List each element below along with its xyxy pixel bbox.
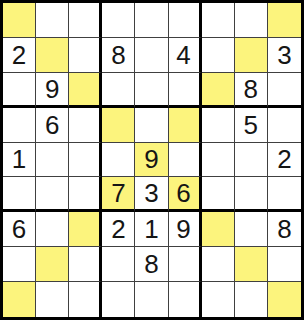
cell-r8c6[interactable] <box>202 282 235 317</box>
cell-r4c0[interactable]: 1 <box>3 143 36 178</box>
cell-r0c1[interactable] <box>36 3 69 38</box>
cell-r3c1[interactable]: 6 <box>36 108 69 143</box>
cell-r2c1[interactable]: 9 <box>36 73 69 108</box>
cell-r3c6[interactable] <box>202 108 235 143</box>
cell-r1c8[interactable]: 3 <box>268 38 301 73</box>
cell-r0c4[interactable] <box>135 3 168 38</box>
cell-r5c5[interactable]: 6 <box>169 177 202 212</box>
cell-r2c2[interactable] <box>69 73 102 108</box>
cell-r2c4[interactable] <box>135 73 168 108</box>
cell-r8c3[interactable] <box>102 282 135 317</box>
cell-r7c7[interactable] <box>235 247 268 282</box>
cell-r6c7[interactable] <box>235 212 268 247</box>
cell-r3c0[interactable] <box>3 108 36 143</box>
cell-r0c2[interactable] <box>69 3 102 38</box>
cell-r5c8[interactable] <box>268 177 301 212</box>
cell-r5c7[interactable] <box>235 177 268 212</box>
cell-r4c5[interactable] <box>169 143 202 178</box>
cell-r5c4[interactable]: 3 <box>135 177 168 212</box>
cell-r2c7[interactable]: 8 <box>235 73 268 108</box>
cell-r1c3[interactable]: 8 <box>102 38 135 73</box>
cell-r7c3[interactable] <box>102 247 135 282</box>
cell-r2c5[interactable] <box>169 73 202 108</box>
cell-r7c5[interactable] <box>169 247 202 282</box>
cell-r1c0[interactable]: 2 <box>3 38 36 73</box>
cell-r6c5[interactable]: 9 <box>169 212 202 247</box>
cell-r4c6[interactable] <box>202 143 235 178</box>
cell-r4c3[interactable] <box>102 143 135 178</box>
cell-r7c6[interactable] <box>202 247 235 282</box>
cell-r0c5[interactable] <box>169 3 202 38</box>
cell-r7c2[interactable] <box>69 247 102 282</box>
cell-r4c7[interactable] <box>235 143 268 178</box>
cell-r7c8[interactable] <box>268 247 301 282</box>
cell-r6c2[interactable] <box>69 212 102 247</box>
cell-r1c1[interactable] <box>36 38 69 73</box>
cell-r0c0[interactable] <box>3 3 36 38</box>
cell-r3c4[interactable] <box>135 108 168 143</box>
cell-r8c8[interactable] <box>268 282 301 317</box>
cell-r8c7[interactable] <box>235 282 268 317</box>
cell-r6c3[interactable]: 2 <box>102 212 135 247</box>
cell-r5c3[interactable]: 7 <box>102 177 135 212</box>
cell-r1c5[interactable]: 4 <box>169 38 202 73</box>
cell-r3c7[interactable]: 5 <box>235 108 268 143</box>
cell-r8c0[interactable] <box>3 282 36 317</box>
cell-r7c4[interactable]: 8 <box>135 247 168 282</box>
cell-r0c3[interactable] <box>102 3 135 38</box>
cell-r2c3[interactable] <box>102 73 135 108</box>
cell-r0c7[interactable] <box>235 3 268 38</box>
cell-r6c6[interactable] <box>202 212 235 247</box>
cell-r0c8[interactable] <box>268 3 301 38</box>
cell-r6c8[interactable]: 8 <box>268 212 301 247</box>
cell-r8c4[interactable] <box>135 282 168 317</box>
cell-r5c1[interactable] <box>36 177 69 212</box>
cell-r0c6[interactable] <box>202 3 235 38</box>
cell-r3c8[interactable] <box>268 108 301 143</box>
cell-r4c4[interactable]: 9 <box>135 143 168 178</box>
cell-r5c2[interactable] <box>69 177 102 212</box>
cell-r6c4[interactable]: 1 <box>135 212 168 247</box>
cell-r3c3[interactable] <box>102 108 135 143</box>
cell-r8c5[interactable] <box>169 282 202 317</box>
cell-r5c0[interactable] <box>3 177 36 212</box>
cell-r6c0[interactable]: 6 <box>3 212 36 247</box>
cell-r6c1[interactable] <box>36 212 69 247</box>
cell-r1c2[interactable] <box>69 38 102 73</box>
cell-r2c8[interactable] <box>268 73 301 108</box>
cell-r8c1[interactable] <box>36 282 69 317</box>
cell-r7c1[interactable] <box>36 247 69 282</box>
cell-r4c8[interactable]: 2 <box>268 143 301 178</box>
cell-r2c6[interactable] <box>202 73 235 108</box>
cell-r1c7[interactable] <box>235 38 268 73</box>
cell-r1c6[interactable] <box>202 38 235 73</box>
cell-r8c2[interactable] <box>69 282 102 317</box>
cell-r3c2[interactable] <box>69 108 102 143</box>
cell-r5c6[interactable] <box>202 177 235 212</box>
cell-r4c2[interactable] <box>69 143 102 178</box>
sudoku-board: 28439865192736621988 <box>0 0 304 320</box>
cell-r2c0[interactable] <box>3 73 36 108</box>
cell-r4c1[interactable] <box>36 143 69 178</box>
cell-r1c4[interactable] <box>135 38 168 73</box>
cell-r7c0[interactable] <box>3 247 36 282</box>
cell-r3c5[interactable] <box>169 108 202 143</box>
